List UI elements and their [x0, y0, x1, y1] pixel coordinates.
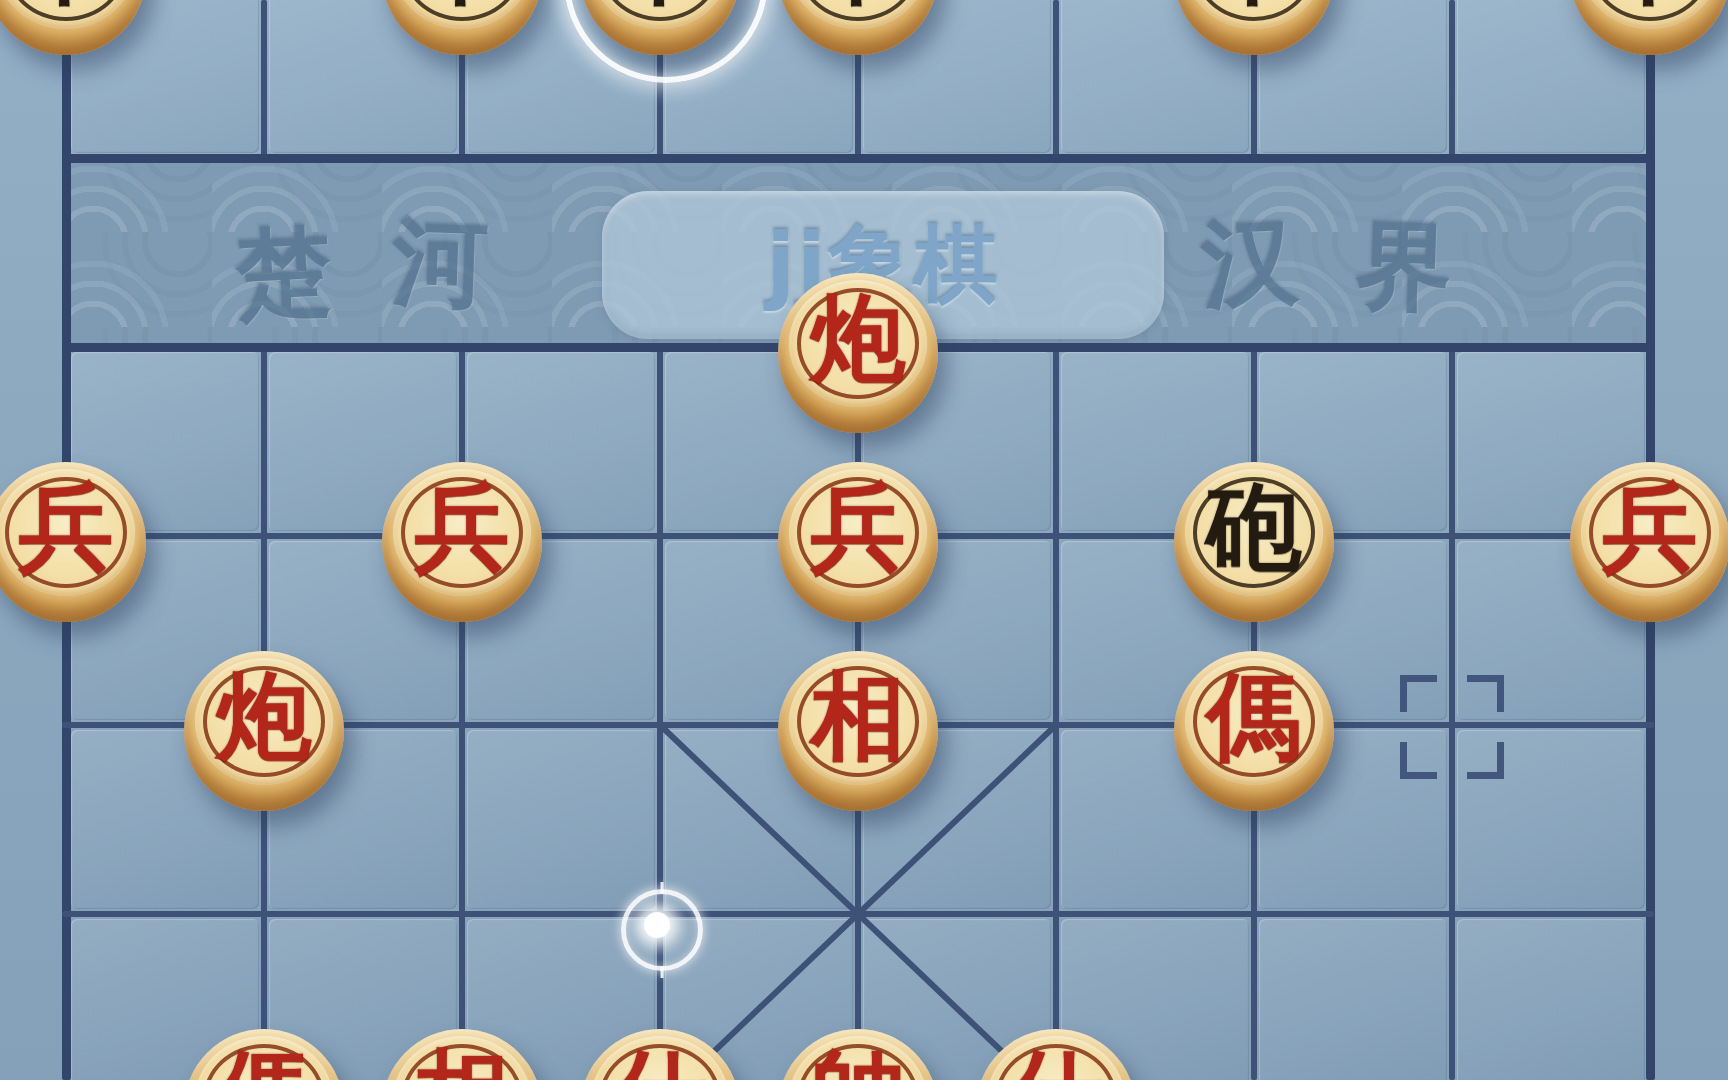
- piece-glyph: 兵: [778, 481, 938, 576]
- piece-red-cannon-f1r7[interactable]: 炮: [184, 651, 344, 811]
- piece-red-cannon-f4r5[interactable]: 炮: [778, 273, 938, 433]
- piece-glyph: 相: [382, 1048, 542, 1080]
- piece-glyph: 帥: [778, 1048, 938, 1080]
- piece-glyph: 炮: [778, 292, 938, 387]
- xiangqi-board[interactable]: 楚 河 jj象棋 汉 界 卒卒車卒卒卒炮兵兵兵砲兵炮相傌傌相仕帥仕: [0, 0, 1728, 1080]
- piece-black-soldier-f8r3[interactable]: 卒: [1570, 0, 1728, 55]
- piece-red-advisor-f5r9[interactable]: 仕: [976, 1029, 1136, 1080]
- piece-glyph: 仕: [976, 1048, 1136, 1080]
- piece-red-soldier-f8r6[interactable]: 兵: [1570, 462, 1728, 622]
- piece-glyph: 兵: [0, 481, 146, 576]
- piece-glyph: 傌: [1174, 670, 1334, 765]
- piece-red-horse-f1r9[interactable]: 傌: [184, 1029, 344, 1080]
- piece-red-advisor-f3r9[interactable]: 仕: [580, 1029, 740, 1080]
- piece-glyph: 卒: [778, 0, 938, 9]
- piece-glyph: 傌: [184, 1048, 344, 1080]
- piece-glyph: 砲: [1174, 481, 1334, 576]
- piece-glyph: 兵: [1570, 481, 1728, 576]
- piece-glyph: 相: [778, 670, 938, 765]
- piece-glyph: 卒: [0, 0, 146, 9]
- piece-red-soldier-f4r6[interactable]: 兵: [778, 462, 938, 622]
- piece-black-soldier-f2r3[interactable]: 卒: [382, 0, 542, 55]
- selected-piece-ring: [564, 0, 768, 83]
- piece-black-chariot-f3r3[interactable]: 車: [580, 0, 740, 55]
- piece-glyph: 仕: [580, 1048, 740, 1080]
- piece-glyph: 卒: [382, 0, 542, 9]
- piece-red-horse-f6r7[interactable]: 傌: [1174, 651, 1334, 811]
- piece-black-soldier-f4r3[interactable]: 卒: [778, 0, 938, 55]
- piece-glyph: 卒: [1174, 0, 1334, 9]
- piece-glyph: 卒: [1570, 0, 1728, 9]
- piece-glyph: 兵: [382, 481, 542, 576]
- piece-black-soldier-f0r3[interactable]: 卒: [0, 0, 146, 55]
- piece-red-soldier-f0r6[interactable]: 兵: [0, 462, 146, 622]
- piece-red-elephant-f4r7[interactable]: 相: [778, 651, 938, 811]
- piece-red-soldier-f2r6[interactable]: 兵: [382, 462, 542, 622]
- piece-red-elephant-f2r9[interactable]: 相: [382, 1029, 542, 1080]
- piece-red-king-f4r9[interactable]: 帥: [778, 1029, 938, 1080]
- piece-glyph: 炮: [184, 670, 344, 765]
- piece-black-soldier-f6r3[interactable]: 卒: [1174, 0, 1334, 55]
- piece-black-cannon-f6r6[interactable]: 砲: [1174, 462, 1334, 622]
